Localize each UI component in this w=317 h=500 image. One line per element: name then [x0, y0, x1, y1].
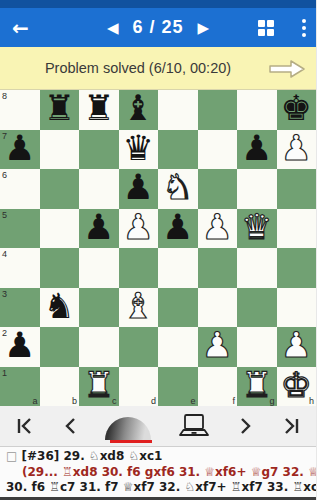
next-puzzle-icon[interactable]: ▶	[198, 19, 210, 37]
file-label: g	[269, 396, 274, 406]
computer-icon[interactable]	[177, 413, 211, 439]
piece-black-pawn: ♟	[83, 208, 114, 247]
square-e2[interactable]	[158, 327, 198, 367]
file-label: c	[112, 396, 117, 406]
skip-to-end-icon[interactable]	[280, 416, 302, 436]
next-move-icon[interactable]	[238, 416, 254, 436]
grid-view-icon[interactable]	[258, 20, 274, 36]
square-h2[interactable]: ♟	[277, 327, 317, 367]
square-b2[interactable]	[40, 327, 80, 367]
piece-white-pawn: ♟	[202, 208, 233, 247]
rank-label: 3	[2, 289, 7, 299]
square-d8[interactable]: ♝	[119, 90, 159, 130]
square-b6[interactable]	[40, 169, 80, 209]
piece-black-pawn: ♟	[241, 129, 272, 168]
app-window: ← ◀ 6 / 25 ▶ Problem solved (6/10, 00:20…	[0, 0, 316, 500]
square-g8[interactable]	[237, 90, 277, 130]
square-d5[interactable]: ♟	[119, 209, 159, 249]
square-a4[interactable]: 4	[0, 248, 40, 288]
status-bar	[0, 0, 316, 8]
file-label: e	[190, 396, 195, 406]
file-label: d	[151, 396, 156, 406]
square-f3[interactable]	[198, 288, 238, 328]
variation-checkbox[interactable]: □	[6, 449, 17, 463]
square-e7[interactable]	[158, 130, 198, 170]
status-banner: Problem solved (6/10, 00:20)	[0, 47, 316, 90]
piece-white-king: ♚	[281, 366, 312, 405]
square-c3[interactable]	[79, 288, 119, 328]
piece-white-bishop: ♝	[123, 287, 154, 326]
notation-main-line-start: □ [#36] 29. ♘xd8 ♘xc1	[6, 449, 310, 465]
square-d7[interactable]: ♛	[119, 130, 159, 170]
piece-white-pawn: ♟	[123, 208, 154, 247]
square-h1[interactable]: h♚	[277, 367, 317, 407]
square-a7[interactable]: 7♟	[0, 130, 40, 170]
rank-label: 2	[2, 328, 7, 338]
square-a3[interactable]: 3	[0, 288, 40, 328]
square-g7[interactable]: ♟	[237, 130, 277, 170]
square-f1[interactable]: f	[198, 367, 238, 407]
square-e4[interactable]	[158, 248, 198, 288]
piece-black-rook: ♜	[44, 89, 75, 128]
square-b1[interactable]: b	[40, 367, 80, 407]
square-h5[interactable]	[277, 209, 317, 249]
move-navigation-bar	[0, 406, 316, 447]
square-c2[interactable]	[79, 327, 119, 367]
notation-line1-text: [#36] 29. ♘xd8 ♘xc1	[22, 449, 163, 463]
square-f7[interactable]	[198, 130, 238, 170]
rank-label: 5	[2, 210, 7, 220]
square-d2[interactable]	[119, 327, 159, 367]
square-e5[interactable]: ♟	[158, 209, 198, 249]
rank-label: 1	[2, 368, 7, 378]
piece-white-knight: ♞	[162, 168, 193, 207]
piece-black-bishop: ♝	[123, 89, 154, 128]
piece-black-queen: ♛	[123, 129, 154, 168]
rank-label: 8	[2, 91, 7, 101]
square-d3[interactable]: ♝	[119, 288, 159, 328]
square-c4[interactable]	[79, 248, 119, 288]
square-f2[interactable]: ♟	[198, 327, 238, 367]
square-f5[interactable]: ♟	[198, 209, 238, 249]
piece-black-pawn: ♟	[4, 326, 35, 365]
square-b8[interactable]: ♜	[40, 90, 80, 130]
square-g2[interactable]	[237, 327, 277, 367]
piece-black-king: ♚	[281, 89, 312, 128]
square-e3[interactable]	[158, 288, 198, 328]
notation-variation-line: (29... ♖xd8 30. f6 gxf6 31. ♕xf6+ ♕g7 32…	[6, 465, 310, 481]
square-h3[interactable]	[277, 288, 317, 328]
square-b4[interactable]	[40, 248, 80, 288]
piece-white-pawn: ♟	[281, 129, 312, 168]
file-label: a	[32, 396, 37, 406]
rank-label: 7	[2, 131, 7, 141]
square-d4[interactable]	[119, 248, 159, 288]
app-bar: ← ◀ 6 / 25 ▶	[0, 8, 316, 47]
square-c1[interactable]: c♜	[79, 367, 119, 407]
file-label: h	[309, 396, 314, 406]
rank-label: 4	[2, 249, 7, 259]
square-h4[interactable]	[277, 248, 317, 288]
square-c7[interactable]	[79, 130, 119, 170]
square-g6[interactable]	[237, 169, 277, 209]
square-b5[interactable]	[40, 209, 80, 249]
file-label: b	[72, 396, 77, 406]
piece-white-queen: ♛	[241, 208, 272, 247]
square-h6[interactable]	[277, 169, 317, 209]
square-c8[interactable]: ♜	[79, 90, 119, 130]
piece-black-pawn: ♟	[162, 208, 193, 247]
piece-white-pawn: ♟	[281, 326, 312, 365]
square-d6[interactable]: ♟	[119, 169, 159, 209]
square-g4[interactable]	[237, 248, 277, 288]
square-e1[interactable]: e	[158, 367, 198, 407]
piece-white-rook: ♜	[241, 366, 272, 405]
square-d1[interactable]: d	[119, 367, 159, 407]
piece-black-pawn: ♟	[123, 168, 154, 207]
square-b7[interactable]	[40, 130, 80, 170]
square-c5[interactable]: ♟	[79, 209, 119, 249]
rank-label: 6	[2, 170, 7, 180]
square-f4[interactable]	[198, 248, 238, 288]
square-a1[interactable]: 1a	[0, 367, 40, 407]
square-h7[interactable]: ♟	[277, 130, 317, 170]
piece-black-pawn: ♟	[4, 129, 35, 168]
piece-black-rook: ♜	[83, 89, 114, 128]
next-problem-arrow-icon[interactable]	[266, 57, 306, 81]
square-g5[interactable]: ♛	[237, 209, 277, 249]
chess-board: 8♜♜♝♚7♟♛♟♟6♟♞5♟♟♟♟♛43♞♝2♟♟♟1abc♜defg♜h♚	[0, 90, 316, 406]
square-f6[interactable]	[198, 169, 238, 209]
piece-white-pawn: ♟	[202, 326, 233, 365]
move-notation-panel[interactable]: □ [#36] 29. ♘xd8 ♘xc1 (29... ♖xd8 30. f6…	[0, 447, 316, 497]
square-f8[interactable]	[198, 90, 238, 130]
square-e6[interactable]: ♞	[158, 169, 198, 209]
overflow-menu-icon[interactable]	[302, 19, 306, 37]
skip-to-start-icon[interactable]	[14, 416, 36, 436]
previous-move-icon[interactable]	[62, 416, 78, 436]
piece-white-rook: ♜	[83, 366, 114, 405]
square-g3[interactable]	[237, 288, 277, 328]
piece-black-knight: ♞	[44, 287, 75, 326]
page-title: 6 / 25	[132, 17, 183, 38]
square-a5[interactable]: 5	[0, 209, 40, 249]
square-a2[interactable]: 2♟	[0, 327, 40, 367]
square-a6[interactable]: 6	[0, 169, 40, 209]
engine-sphere-icon[interactable]	[105, 413, 151, 440]
square-b3[interactable]: ♞	[40, 288, 80, 328]
square-e8[interactable]	[158, 90, 198, 130]
square-g1[interactable]: g♜	[237, 367, 277, 407]
file-label: f	[232, 396, 235, 406]
square-c6[interactable]	[79, 169, 119, 209]
square-h8[interactable]: ♚	[277, 90, 317, 130]
square-a8[interactable]: 8	[0, 90, 40, 130]
notation-main-line-end: 30. f6 ♖c7 31. f7 ♕xf7 32. ♘xf7+ ♖xf7 33…	[6, 480, 310, 496]
prev-puzzle-icon[interactable]: ◀	[107, 19, 119, 37]
